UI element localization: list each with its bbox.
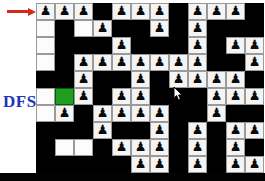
wall-cell	[131, 20, 150, 37]
wall-cell	[169, 122, 188, 139]
person-icon: ♟	[192, 4, 204, 17]
explored-cell: ♟	[131, 105, 150, 122]
person-icon: ♟	[192, 157, 204, 170]
wall-cell	[93, 71, 112, 88]
person-icon: ♟	[211, 72, 223, 85]
explored-cell: ♟	[188, 3, 207, 20]
wall-cell	[93, 139, 112, 156]
wall-cell	[207, 156, 226, 173]
wall-cell	[55, 54, 74, 71]
person-icon: ♟	[249, 89, 261, 102]
wall-cell	[74, 122, 93, 139]
person-icon: ♟	[116, 89, 128, 102]
explored-cell: ♟	[93, 122, 112, 139]
empty-cell	[36, 37, 55, 54]
explored-cell: ♟	[188, 122, 207, 139]
explored-cell: ♟	[131, 3, 150, 20]
empty-cell	[36, 20, 55, 37]
wall-cell	[245, 3, 264, 20]
explored-cell: ♟	[93, 20, 112, 37]
person-icon: ♟	[154, 157, 166, 170]
wall-cell	[55, 20, 74, 37]
person-icon: ♟	[154, 55, 166, 68]
person-icon: ♟	[40, 4, 52, 17]
person-icon: ♟	[135, 140, 147, 153]
person-icon: ♟	[192, 38, 204, 51]
explored-cell: ♟	[226, 3, 245, 20]
wall-cell	[36, 71, 55, 88]
person-icon: ♟	[135, 89, 147, 102]
person-icon: ♟	[78, 72, 90, 85]
wall-cell	[74, 37, 93, 54]
wall-cell	[226, 20, 245, 37]
explored-cell: ♟	[112, 105, 131, 122]
person-icon: ♟	[135, 106, 147, 119]
explored-cell: ♟	[150, 54, 169, 71]
wall-cell	[55, 122, 74, 139]
person-icon: ♟	[192, 72, 204, 85]
wall-cell	[226, 54, 245, 71]
person-icon: ♟	[154, 21, 166, 34]
person-icon: ♟	[230, 89, 242, 102]
person-icon: ♟	[230, 38, 242, 51]
person-icon: ♟	[211, 106, 223, 119]
empty-cell	[74, 20, 93, 37]
wall-cell	[207, 20, 226, 37]
explored-cell: ♟	[150, 156, 169, 173]
person-icon: ♟	[97, 123, 109, 136]
wall-cell	[150, 37, 169, 54]
person-icon: ♟	[59, 4, 71, 17]
person-icon: ♟	[116, 106, 128, 119]
explored-cell: ♟	[55, 105, 74, 122]
person-icon: ♟	[192, 55, 204, 68]
explored-cell: ♟	[150, 139, 169, 156]
dfs-maze-slide: DFS ♟♟♟♟♟♟♟♟♟♟♟♟♟♟♟♟♟♟♟♟♟♟♟♟♟♟♟♟♟♟♟♟♟♟♟♟…	[0, 0, 265, 181]
wall-cell	[245, 105, 264, 122]
mouse-cursor-icon	[173, 87, 184, 101]
wall-cell	[55, 71, 74, 88]
wall-cell	[245, 139, 264, 156]
explored-cell: ♟	[112, 88, 131, 105]
person-icon: ♟	[135, 72, 147, 85]
wall-cell	[93, 156, 112, 173]
wall-cell	[93, 88, 112, 105]
start-arrow-shaft	[7, 10, 29, 13]
wall-cell	[131, 37, 150, 54]
start-arrow-icon	[7, 8, 36, 15]
explored-cell: ♟	[188, 139, 207, 156]
wall-cell	[207, 139, 226, 156]
person-icon: ♟	[135, 4, 147, 17]
person-icon: ♟	[116, 4, 128, 17]
person-icon: ♟	[97, 55, 109, 68]
wall-cell	[36, 139, 55, 156]
algorithm-label: DFS	[3, 92, 37, 112]
wall-cell	[112, 122, 131, 139]
explored-cell: ♟	[169, 54, 188, 71]
wall-cell	[245, 71, 264, 88]
explored-cell: ♟	[245, 156, 264, 173]
person-icon: ♟	[230, 72, 242, 85]
wall-cell	[169, 3, 188, 20]
wall-cell	[131, 122, 150, 139]
wall-cell	[188, 88, 207, 105]
explored-cell: ♟	[131, 88, 150, 105]
empty-cell	[36, 88, 55, 105]
wall-cell	[74, 156, 93, 173]
wall-cell	[188, 105, 207, 122]
explored-cell: ♟	[150, 122, 169, 139]
explored-cell: ♟	[93, 105, 112, 122]
wall-cell	[36, 122, 55, 139]
explored-cell: ♟	[207, 71, 226, 88]
person-icon: ♟	[116, 140, 128, 153]
explored-cell: ♟	[74, 88, 93, 105]
explored-cell: ♟	[131, 71, 150, 88]
empty-cell	[36, 54, 55, 71]
person-icon: ♟	[78, 89, 90, 102]
wall-cell	[169, 37, 188, 54]
explored-cell: ♟	[112, 3, 131, 20]
person-icon: ♟	[154, 4, 166, 17]
wall-cell	[93, 3, 112, 20]
person-icon: ♟	[135, 157, 147, 170]
person-icon: ♟	[230, 140, 242, 153]
person-icon: ♟	[154, 123, 166, 136]
explored-cell: ♟	[74, 3, 93, 20]
person-icon: ♟	[230, 157, 242, 170]
wall-cell	[55, 156, 74, 173]
empty-cell	[74, 139, 93, 156]
person-icon: ♟	[230, 4, 242, 17]
wall-cell	[226, 105, 245, 122]
explored-cell: ♟	[169, 71, 188, 88]
wall-cell	[207, 54, 226, 71]
explored-cell: ♟	[226, 37, 245, 54]
person-icon: ♟	[173, 55, 185, 68]
explored-cell: ♟	[112, 139, 131, 156]
explored-cell: ♟	[112, 54, 131, 71]
person-icon: ♟	[173, 72, 185, 85]
wall-cell	[207, 37, 226, 54]
person-icon: ♟	[154, 106, 166, 119]
explored-cell: ♟	[150, 105, 169, 122]
person-icon: ♟	[230, 123, 242, 136]
explored-cell: ♟	[226, 71, 245, 88]
wall-cell	[169, 139, 188, 156]
explored-cell: ♟	[245, 37, 264, 54]
explored-cell: ♟	[245, 122, 264, 139]
empty-cell	[36, 105, 55, 122]
person-icon: ♟	[78, 4, 90, 17]
explored-cell: ♟	[36, 3, 55, 20]
person-icon: ♟	[116, 38, 128, 51]
empty-cell	[55, 139, 74, 156]
wall-cell	[150, 71, 169, 88]
wall-cell	[207, 122, 226, 139]
explored-cell: ♟	[74, 54, 93, 71]
person-icon: ♟	[211, 4, 223, 17]
wall-cell	[112, 156, 131, 173]
explored-cell: ♟	[93, 54, 112, 71]
wall-cell	[245, 20, 264, 37]
wall-cell	[169, 105, 188, 122]
wall-cell	[169, 20, 188, 37]
explored-cell: ♟	[207, 3, 226, 20]
explored-cell: ♟	[226, 156, 245, 173]
explored-cell: ♟	[131, 139, 150, 156]
explored-cell: ♟	[245, 88, 264, 105]
wall-cell	[55, 37, 74, 54]
explored-cell: ♟	[188, 156, 207, 173]
explored-cell: ♟	[188, 37, 207, 54]
person-icon: ♟	[97, 106, 109, 119]
explored-cell: ♟	[207, 105, 226, 122]
wall-cell	[74, 105, 93, 122]
start-cell	[55, 88, 74, 105]
explored-cell: ♟	[74, 71, 93, 88]
explored-cell: ♟	[131, 156, 150, 173]
person-icon: ♟	[192, 140, 204, 153]
person-icon: ♟	[78, 55, 90, 68]
person-icon: ♟	[135, 55, 147, 68]
person-icon: ♟	[192, 21, 204, 34]
explored-cell: ♟	[188, 54, 207, 71]
explored-cell: ♟	[226, 88, 245, 105]
explored-cell: ♟	[188, 20, 207, 37]
wall-cell	[169, 156, 188, 173]
person-icon: ♟	[249, 38, 261, 51]
wall-cell	[93, 37, 112, 54]
explored-cell: ♟	[55, 3, 74, 20]
wall-cell	[112, 20, 131, 37]
explored-cell: ♟	[112, 37, 131, 54]
explored-cell: ♟	[150, 3, 169, 20]
person-icon: ♟	[192, 123, 204, 136]
person-icon: ♟	[211, 89, 223, 102]
explored-cell: ♟	[150, 20, 169, 37]
explored-cell: ♟	[188, 71, 207, 88]
person-icon: ♟	[249, 123, 261, 136]
explored-cell: ♟	[226, 122, 245, 139]
person-icon: ♟	[116, 55, 128, 68]
person-icon: ♟	[97, 21, 109, 34]
start-arrow-head	[28, 8, 36, 16]
person-icon: ♟	[154, 140, 166, 153]
person-icon: ♟	[249, 55, 261, 68]
explored-cell: ♟	[131, 54, 150, 71]
wall-cell	[112, 71, 131, 88]
wall-cell	[150, 88, 169, 105]
wall-cell	[36, 156, 55, 173]
person-icon: ♟	[249, 157, 261, 170]
maze-grid: ♟♟♟♟♟♟♟♟♟♟♟♟♟♟♟♟♟♟♟♟♟♟♟♟♟♟♟♟♟♟♟♟♟♟♟♟♟♟♟♟…	[36, 3, 264, 173]
explored-cell: ♟	[226, 139, 245, 156]
person-icon: ♟	[59, 106, 71, 119]
explored-cell: ♟	[207, 88, 226, 105]
bottom-border-bar	[0, 173, 265, 181]
explored-cell: ♟	[245, 54, 264, 71]
